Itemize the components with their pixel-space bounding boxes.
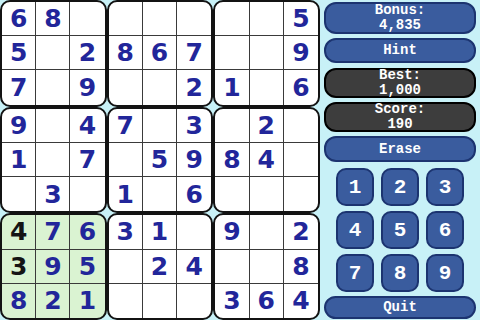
erase-label: Erase: [379, 142, 421, 157]
cell-r3c2[interactable]: [36, 70, 70, 104]
cell-r9c8[interactable]: 6: [250, 284, 284, 318]
sudoku-board: 6852798672591694173735916284476395821312…: [0, 0, 320, 320]
score-value: 190: [387, 117, 412, 132]
cell-r1c3[interactable]: [70, 2, 104, 36]
box-r1c2: 8672: [107, 0, 214, 107]
cell-r8c6[interactable]: 4: [177, 250, 211, 284]
sudoku-app: 6852798672591694173735916284476395821312…: [0, 0, 480, 320]
cell-r8c8[interactable]: [250, 250, 284, 284]
cell-r7c2[interactable]: 7: [36, 215, 70, 249]
cell-r8c9[interactable]: 8: [284, 250, 318, 284]
cell-r2c2[interactable]: [36, 36, 70, 70]
cell-r1c6[interactable]: [177, 2, 211, 36]
erase-button[interactable]: Erase: [324, 136, 476, 162]
cell-r1c7[interactable]: [215, 2, 249, 36]
sidebar: Bonus: 4,835 Hint Best: 1,000 Score: 190…: [320, 0, 480, 320]
cell-r2c3[interactable]: 2: [70, 36, 104, 70]
cell-r9c5[interactable]: [143, 284, 177, 318]
cell-r7c8[interactable]: [250, 215, 284, 249]
cell-r9c3[interactable]: 1: [70, 284, 104, 318]
cell-r9c7[interactable]: 3: [215, 284, 249, 318]
number-keypad: 1 2 3 4 5 6 7 8 9: [336, 168, 464, 292]
cell-r7c3[interactable]: 6: [70, 215, 104, 249]
cell-r6c8[interactable]: [250, 177, 284, 211]
cell-r1c5[interactable]: [143, 2, 177, 36]
cell-r3c4[interactable]: [109, 70, 143, 104]
cell-r2c9[interactable]: 9: [284, 36, 318, 70]
cell-r1c2[interactable]: 8: [36, 2, 70, 36]
cell-r2c7[interactable]: [215, 36, 249, 70]
cell-r7c4[interactable]: 3: [109, 215, 143, 249]
cell-r5c4[interactable]: [109, 143, 143, 177]
key-5[interactable]: 5: [381, 211, 419, 249]
cell-r3c1[interactable]: 7: [2, 70, 36, 104]
cell-r1c9[interactable]: 5: [284, 2, 318, 36]
cell-r7c7[interactable]: 9: [215, 215, 249, 249]
best-display: Best: 1,000: [324, 68, 476, 98]
bonus-value: 4,835: [379, 18, 421, 33]
box-r2c1: 94173: [0, 107, 107, 214]
key-3[interactable]: 3: [426, 168, 464, 206]
hint-button[interactable]: Hint: [324, 38, 476, 63]
cell-r7c9[interactable]: 2: [284, 215, 318, 249]
cell-r4c4[interactable]: 7: [109, 109, 143, 143]
cell-r2c4[interactable]: 8: [109, 36, 143, 70]
cell-r5c6[interactable]: 9: [177, 143, 211, 177]
cell-r6c4[interactable]: 1: [109, 177, 143, 211]
cell-r3c8[interactable]: [250, 70, 284, 104]
cell-r5c8[interactable]: 4: [250, 143, 284, 177]
cell-r8c1[interactable]: 3: [2, 250, 36, 284]
cell-r4c8[interactable]: 2: [250, 109, 284, 143]
cell-r3c6[interactable]: 2: [177, 70, 211, 104]
cell-r3c9[interactable]: 6: [284, 70, 318, 104]
cell-r4c3[interactable]: 4: [70, 109, 104, 143]
cell-r8c3[interactable]: 5: [70, 250, 104, 284]
cell-r9c6[interactable]: [177, 284, 211, 318]
cell-r2c1[interactable]: 5: [2, 36, 36, 70]
score-display: Score: 190: [324, 102, 476, 132]
quit-label: Quit: [383, 300, 417, 315]
hint-label: Hint: [383, 43, 417, 58]
cell-r8c4[interactable]: [109, 250, 143, 284]
cell-r2c5[interactable]: 6: [143, 36, 177, 70]
cell-r4c5[interactable]: [143, 109, 177, 143]
cell-r6c7[interactable]: [215, 177, 249, 211]
key-8[interactable]: 8: [381, 254, 419, 292]
cell-r5c7[interactable]: 8: [215, 143, 249, 177]
cell-r9c4[interactable]: [109, 284, 143, 318]
cell-r3c3[interactable]: 9: [70, 70, 104, 104]
cell-r7c6[interactable]: [177, 215, 211, 249]
box-r2c2: 735916: [107, 107, 214, 214]
cell-r4c7[interactable]: [215, 109, 249, 143]
box-r3c1: 476395821: [0, 213, 107, 320]
cell-r4c9[interactable]: [284, 109, 318, 143]
cell-r6c5[interactable]: [143, 177, 177, 211]
best-value: 1,000: [379, 83, 421, 98]
cell-r1c1[interactable]: 6: [2, 2, 36, 36]
key-1[interactable]: 1: [336, 168, 374, 206]
bonus-label: Bonus:: [375, 3, 425, 18]
cell-r4c2[interactable]: [36, 109, 70, 143]
cell-r5c2[interactable]: [36, 143, 70, 177]
box-r1c3: 5916: [213, 0, 320, 107]
box-r1c1: 685279: [0, 0, 107, 107]
key-6[interactable]: 6: [426, 211, 464, 249]
cell-r7c1[interactable]: 4: [2, 215, 36, 249]
cell-r5c5[interactable]: 5: [143, 143, 177, 177]
cell-r6c1[interactable]: [2, 177, 36, 211]
box-r3c3: 928364: [213, 213, 320, 320]
cell-r6c3[interactable]: [70, 177, 104, 211]
cell-r8c2[interactable]: 9: [36, 250, 70, 284]
cell-r5c3[interactable]: 7: [70, 143, 104, 177]
quit-button[interactable]: Quit: [324, 296, 476, 319]
bonus-display: Bonus: 4,835: [324, 2, 476, 34]
box-r2c3: 284: [213, 107, 320, 214]
cell-r2c6[interactable]: 7: [177, 36, 211, 70]
cell-r8c5[interactable]: 2: [143, 250, 177, 284]
cell-r1c4[interactable]: [109, 2, 143, 36]
box-r3c2: 3124: [107, 213, 214, 320]
best-label: Best:: [379, 68, 421, 83]
cell-r9c2[interactable]: 2: [36, 284, 70, 318]
key-2[interactable]: 2: [381, 168, 419, 206]
cell-r3c5[interactable]: [143, 70, 177, 104]
cell-r3c7[interactable]: 1: [215, 70, 249, 104]
cell-r9c1[interactable]: 8: [2, 284, 36, 318]
cell-r1c8[interactable]: [250, 2, 284, 36]
cell-r9c9[interactable]: 4: [284, 284, 318, 318]
score-label: Score:: [375, 102, 425, 117]
cell-r6c2[interactable]: 3: [36, 177, 70, 211]
cell-r5c1[interactable]: 1: [2, 143, 36, 177]
key-4[interactable]: 4: [336, 211, 374, 249]
cell-r4c6[interactable]: 3: [177, 109, 211, 143]
key-7[interactable]: 7: [336, 254, 374, 292]
cell-r7c5[interactable]: 1: [143, 215, 177, 249]
cell-r6c6[interactable]: 6: [177, 177, 211, 211]
cell-r5c9[interactable]: [284, 143, 318, 177]
cell-r6c9[interactable]: [284, 177, 318, 211]
key-9[interactable]: 9: [426, 254, 464, 292]
cell-r2c8[interactable]: [250, 36, 284, 70]
cell-r4c1[interactable]: 9: [2, 109, 36, 143]
cell-r8c7[interactable]: [215, 250, 249, 284]
